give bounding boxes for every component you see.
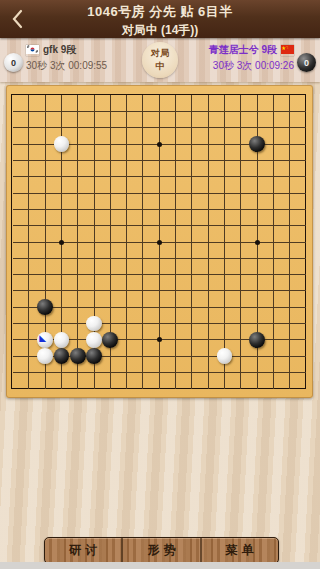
white-stone	[54, 332, 70, 348]
white-stone	[86, 316, 102, 332]
black-captures-badge: 0	[297, 53, 316, 72]
game-status-chip[interactable]: 对局中	[142, 42, 178, 78]
star-point	[59, 240, 64, 245]
black-stone	[37, 299, 53, 315]
go-board[interactable]: ◣	[6, 85, 313, 398]
black-stone	[102, 332, 118, 348]
black-stone	[249, 136, 265, 152]
bottom-toolbar: 研讨 形势 菜单	[44, 537, 279, 564]
white-stone: ◣	[37, 332, 53, 348]
black-player-time: 30秒 3次 00:09:26	[213, 59, 294, 73]
grid-line-horizontal	[13, 307, 306, 308]
room-title: 1046号房 分先 贴 6目半	[0, 0, 320, 21]
grid-line-vertical	[191, 95, 192, 388]
back-button[interactable]	[4, 7, 30, 33]
grid-line-vertical	[224, 95, 225, 388]
discuss-button[interactable]: 研讨	[45, 538, 121, 563]
back-chevron-icon	[10, 18, 24, 33]
grid-line-vertical	[273, 95, 274, 388]
grid-line-horizontal	[13, 258, 306, 259]
black-stone	[70, 348, 86, 364]
star-point	[255, 240, 260, 245]
white-player-name: gfk 9段	[43, 43, 76, 57]
header: 1046号房 分先 贴 6目半 对局中 (14手))	[0, 0, 320, 38]
grid-line-horizontal	[13, 274, 306, 275]
black-player-name: 青莲居士兮 9段	[209, 43, 277, 57]
last-move-marker-icon: ◣	[39, 333, 46, 344]
grid-line-vertical	[175, 95, 176, 388]
app-screen: 1046号房 分先 贴 6目半 对局中 (14手)) 0 gfk 9段 30秒 …	[0, 0, 320, 569]
grid-line-vertical	[208, 95, 209, 388]
white-stone	[217, 348, 233, 364]
menu-button[interactable]: 菜单	[200, 538, 278, 563]
grid-line-horizontal	[13, 323, 306, 324]
korea-flag-icon	[26, 45, 39, 56]
black-stone	[249, 332, 265, 348]
grid-line-vertical	[240, 95, 241, 388]
star-point	[157, 240, 162, 245]
black-player-row: 青莲居士兮 9段	[209, 43, 294, 57]
white-stone	[86, 332, 102, 348]
grid-line-vertical	[289, 95, 290, 388]
star-point	[157, 142, 162, 147]
grid-line-horizontal	[13, 372, 306, 373]
game-status-line: 对局中 (14手))	[0, 22, 320, 39]
white-stone	[37, 348, 53, 364]
white-player-row: gfk 9段	[26, 43, 76, 57]
black-stone	[54, 348, 70, 364]
white-captures-badge: 0	[4, 53, 23, 72]
white-player-time: 30秒 3次 00:09:55	[26, 59, 107, 73]
estimate-button[interactable]: 形势	[121, 538, 199, 563]
grid-line-horizontal	[13, 290, 306, 291]
china-flag-icon	[281, 45, 294, 56]
black-stone	[86, 348, 102, 364]
bottom-strip	[0, 562, 320, 569]
player-bar: 0 gfk 9段 30秒 3次 00:09:55 对局中 青莲居士兮 9段	[0, 38, 320, 82]
